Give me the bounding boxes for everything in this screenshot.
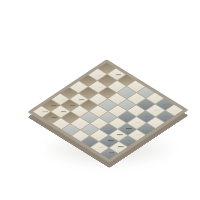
piece-glyph: ♟ bbox=[36, 104, 68, 120]
product-photo-stage: ♜♞♝♛♚♝♞♜♟♟♟♟♟♟♟♟♟♟♟♟♟♟♟♟♜♞♝♛♚♝♞♜ bbox=[0, 0, 200, 200]
piece-glyph: ♜ bbox=[93, 137, 125, 155]
